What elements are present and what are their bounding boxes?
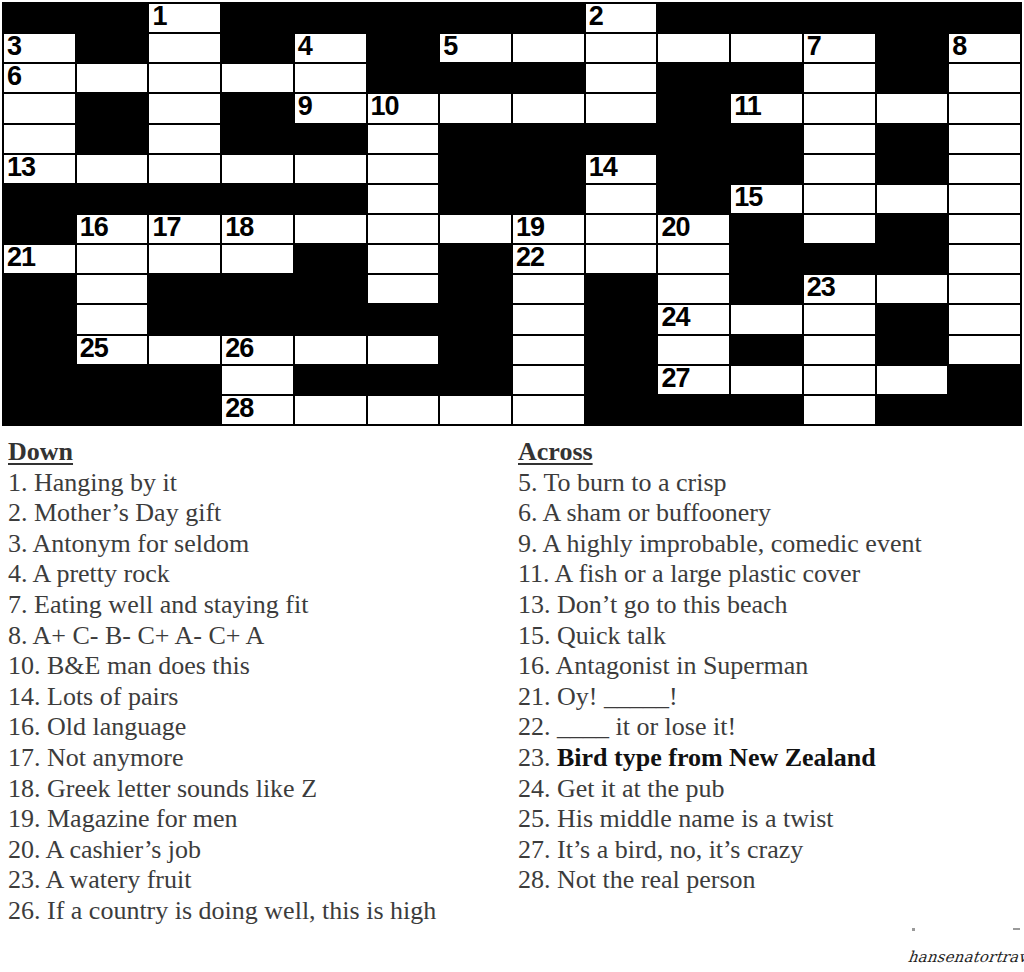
clue-item-25: 25. His middle name is a twist: [518, 804, 1023, 835]
black-cell-r1c2: [77, 4, 148, 32]
clue-item-22: 22. ____ it or lose it!: [518, 712, 1023, 743]
white-cell-r12c8[interactable]: [513, 336, 584, 364]
white-cell-r3c12[interactable]: [804, 64, 875, 92]
white-cell-r3c3[interactable]: [149, 64, 220, 92]
down-heading: Down: [8, 437, 513, 468]
clue-text: A sham or buffoonery: [543, 498, 771, 527]
white-cell-r9c9[interactable]: [586, 245, 657, 273]
black-cell-r8c11: [731, 215, 802, 243]
clue-number: 13.: [518, 590, 557, 619]
white-cell-r13c8[interactable]: [513, 366, 584, 394]
black-cell-r14c1: [4, 396, 75, 424]
watermark-signature: hansenatortravel: [907, 948, 1024, 966]
black-cell-r7c4: [222, 185, 293, 213]
cell-number-20: 20: [661, 213, 689, 241]
cell-number-3: 3: [7, 32, 21, 60]
white-cell-r3c1[interactable]: 6: [4, 64, 75, 92]
black-cell-r13c5: [295, 366, 366, 394]
clue-number: 27.: [518, 835, 557, 864]
clue-item-13: 13. Don’t go to this beach: [518, 590, 1023, 621]
black-cell-r3c11: [731, 64, 802, 92]
white-cell-r6c5[interactable]: [295, 155, 366, 183]
black-cell-r13c9: [586, 366, 657, 394]
black-cell-r11c5: [295, 305, 366, 333]
clue-text: If a country is doing well, this is high: [47, 896, 436, 925]
black-cell-r2c6: [368, 34, 439, 62]
white-cell-r13c11[interactable]: [731, 366, 802, 394]
white-cell-r5c12[interactable]: [804, 125, 875, 153]
cell-number-1: 1: [152, 2, 166, 30]
white-cell-r6c9[interactable]: 14: [586, 155, 657, 183]
black-cell-r3c6: [368, 64, 439, 92]
black-cell-r10c1: [4, 275, 75, 303]
clue-text: Hanging by it: [34, 468, 177, 497]
clue-item-7: 7. Eating well and staying fit: [8, 590, 513, 621]
white-cell-r12c6[interactable]: [368, 336, 439, 364]
clue-item-2: 2. Mother’s Day gift: [8, 498, 513, 529]
white-cell-r11c11[interactable]: [731, 305, 802, 333]
cell-number-15: 15: [734, 183, 762, 211]
clue-text: Old language: [47, 712, 186, 741]
clue-item-18: 18. Greek letter sounds like Z: [8, 774, 513, 805]
white-cell-r3c4[interactable]: [222, 64, 293, 92]
black-cell-r7c10: [658, 185, 729, 213]
black-cell-r2c13: [877, 34, 948, 62]
black-cell-r5c13: [877, 125, 948, 153]
white-cell-r9c4[interactable]: [222, 245, 293, 273]
white-cell-r4c5[interactable]: 9: [295, 94, 366, 122]
black-cell-r9c13: [877, 245, 948, 273]
cell-number-16: 16: [80, 213, 108, 241]
white-cell-r10c13[interactable]: [877, 275, 948, 303]
cell-number-17: 17: [152, 213, 180, 241]
clue-item-4: 4. A pretty rock: [8, 559, 513, 590]
black-cell-r3c10: [658, 64, 729, 92]
black-cell-r3c13: [877, 64, 948, 92]
clue-number: 7.: [8, 590, 34, 619]
cell-number-4: 4: [298, 32, 312, 60]
cell-number-19: 19: [516, 213, 544, 241]
white-cell-r14c7[interactable]: [440, 396, 511, 424]
black-cell-r1c10: [658, 4, 729, 32]
clue-number: 23.: [518, 743, 557, 772]
black-cell-r1c8: [513, 4, 584, 32]
black-cell-r9c11: [731, 245, 802, 273]
clue-number: 25.: [518, 804, 557, 833]
clue-number: 9.: [518, 529, 543, 558]
black-cell-r9c7: [440, 245, 511, 273]
clue-item-9: 9. A highly improbable, comedic event: [518, 529, 1023, 560]
clue-number: 11.: [518, 559, 555, 588]
cell-number-22: 22: [516, 243, 544, 271]
black-cell-r11c3: [149, 305, 220, 333]
white-cell-r3c14[interactable]: [949, 64, 1020, 92]
white-cell-r9c1[interactable]: 21: [4, 245, 75, 273]
cell-number-25: 25: [80, 334, 108, 362]
white-cell-r10c8[interactable]: [513, 275, 584, 303]
clue-text: Lots of pairs: [47, 682, 178, 711]
white-cell-r5c6[interactable]: [368, 125, 439, 153]
white-cell-r12c2[interactable]: 25: [77, 336, 148, 364]
black-cell-r10c4: [222, 275, 293, 303]
clue-text: Oy! _____!: [557, 682, 678, 711]
white-cell-r5c1[interactable]: [4, 125, 75, 153]
stray-dash-mark: [1013, 928, 1020, 930]
black-cell-r13c2: [77, 366, 148, 394]
white-cell-r2c9[interactable]: [586, 34, 657, 62]
black-cell-r7c5: [295, 185, 366, 213]
clue-number: 28.: [518, 865, 557, 894]
black-cell-r5c2: [77, 125, 148, 153]
white-cell-r8c14[interactable]: [949, 215, 1020, 243]
clue-number: 8.: [8, 621, 33, 650]
black-cell-r11c4: [222, 305, 293, 333]
white-cell-r2c3[interactable]: [149, 34, 220, 62]
clue-item-24: 24. Get it at the pub: [518, 774, 1023, 805]
black-cell-r14c9: [586, 396, 657, 424]
white-cell-r5c3[interactable]: [149, 125, 220, 153]
black-cell-r6c10: [658, 155, 729, 183]
black-cell-r5c8: [513, 125, 584, 153]
black-cell-r5c9: [586, 125, 657, 153]
white-cell-r4c14[interactable]: [949, 94, 1020, 122]
down-clue-list: 1. Hanging by it2. Mother’s Day gift3. A…: [8, 468, 513, 927]
black-cell-r1c5: [295, 4, 366, 32]
white-cell-r2c8[interactable]: [513, 34, 584, 62]
black-cell-r14c14: [949, 396, 1020, 424]
white-cell-r7c14[interactable]: [949, 185, 1020, 213]
white-cell-r11c10[interactable]: 24: [658, 305, 729, 333]
cell-number-9: 9: [298, 92, 312, 120]
stray-dot-mark: [912, 928, 915, 931]
cell-number-8: 8: [952, 32, 966, 60]
white-cell-r4c11[interactable]: 11: [731, 94, 802, 122]
black-cell-r4c2: [77, 94, 148, 122]
across-heading: Across: [518, 437, 1023, 468]
white-cell-r3c2[interactable]: [77, 64, 148, 92]
clue-item-5: 5. To burn to a crisp: [518, 468, 1023, 499]
cell-number-6: 6: [7, 62, 21, 90]
clue-number: 4.: [8, 559, 33, 588]
clue-number: 26.: [8, 896, 47, 925]
clue-item-16: 16. Antagonist in Superman: [518, 651, 1023, 682]
clue-number: 16.: [8, 712, 47, 741]
clue-item-20: 20. A cashier’s job: [8, 835, 513, 866]
clue-text: A cashier’s job: [46, 835, 202, 864]
clue-text: Antonym for seldom: [33, 529, 250, 558]
cell-number-27: 27: [661, 364, 689, 392]
black-cell-r4c4: [222, 94, 293, 122]
clue-text: A fish or a large plastic cover: [555, 559, 861, 588]
white-cell-r4c6[interactable]: 10: [368, 94, 439, 122]
black-cell-r3c8: [513, 64, 584, 92]
black-cell-r14c11: [731, 396, 802, 424]
black-cell-r14c2: [77, 396, 148, 424]
clue-item-11: 11. A fish or a large plastic cover: [518, 559, 1023, 590]
clue-text: Bird type from New Zealand: [557, 743, 876, 772]
black-cell-r1c12: [804, 4, 875, 32]
white-cell-r8c9[interactable]: [586, 215, 657, 243]
black-cell-r1c13: [877, 4, 948, 32]
clue-number: 10.: [8, 651, 47, 680]
white-cell-r14c12[interactable]: [804, 396, 875, 424]
clue-item-14: 14. Lots of pairs: [8, 682, 513, 713]
white-cell-r2c12[interactable]: 7: [804, 34, 875, 62]
white-cell-r9c10[interactable]: [658, 245, 729, 273]
black-cell-r7c1: [4, 185, 75, 213]
black-cell-r10c11: [731, 275, 802, 303]
white-cell-r6c3[interactable]: [149, 155, 220, 183]
clue-text: To burn to a crisp: [544, 468, 727, 497]
white-cell-r4c12[interactable]: [804, 94, 875, 122]
cell-number-2: 2: [589, 2, 603, 30]
white-cell-r2c5[interactable]: 4: [295, 34, 366, 62]
white-cell-r4c3[interactable]: [149, 94, 220, 122]
black-cell-r13c3: [149, 366, 220, 394]
black-cell-r1c6: [368, 4, 439, 32]
white-cell-r8c6[interactable]: [368, 215, 439, 243]
clue-text: Get it at the pub: [557, 774, 725, 803]
black-cell-r2c2: [77, 34, 148, 62]
black-cell-r8c13: [877, 215, 948, 243]
clue-text: Don’t go to this beach: [557, 590, 788, 619]
white-cell-r10c6[interactable]: [368, 275, 439, 303]
black-cell-r5c7: [440, 125, 511, 153]
white-cell-r9c2[interactable]: [77, 245, 148, 273]
white-cell-r8c4[interactable]: 18: [222, 215, 293, 243]
clue-item-21: 21. Oy! _____!: [518, 682, 1023, 713]
white-cell-r9c3[interactable]: [149, 245, 220, 273]
down-clues-section: Down 1. Hanging by it2. Mother’s Day gif…: [8, 437, 513, 927]
clue-number: 15.: [518, 621, 557, 650]
white-cell-r13c13[interactable]: [877, 366, 948, 394]
clue-item-15: 15. Quick talk: [518, 621, 1023, 652]
white-cell-r6c2[interactable]: [77, 155, 148, 183]
black-cell-r5c10: [658, 125, 729, 153]
white-cell-r9c6[interactable]: [368, 245, 439, 273]
clue-number: 3.: [8, 529, 33, 558]
clue-text: Antagonist in Superman: [556, 651, 809, 680]
clue-item-19: 19. Magazine for men: [8, 804, 513, 835]
white-cell-r8c2[interactable]: 16: [77, 215, 148, 243]
white-cell-r9c8[interactable]: 22: [513, 245, 584, 273]
clue-number: 5.: [518, 468, 544, 497]
white-cell-r7c11[interactable]: 15: [731, 185, 802, 213]
black-cell-r11c13: [877, 305, 948, 333]
black-cell-r13c7: [440, 366, 511, 394]
black-cell-r1c4: [222, 4, 293, 32]
cell-number-14: 14: [589, 153, 617, 181]
white-cell-r6c1[interactable]: 13: [4, 155, 75, 183]
clue-item-26: 26. If a country is doing well, this is …: [8, 896, 513, 927]
black-cell-r13c14: [949, 366, 1020, 394]
clue-number: 14.: [8, 682, 47, 711]
white-cell-r2c1[interactable]: 3: [4, 34, 75, 62]
white-cell-r4c7[interactable]: [440, 94, 511, 122]
black-cell-r12c7: [440, 336, 511, 364]
white-cell-r4c8[interactable]: [513, 94, 584, 122]
clue-item-28: 28. Not the real person: [518, 865, 1023, 896]
clue-text: Not anymore: [47, 743, 183, 772]
black-cell-r12c9: [586, 336, 657, 364]
clue-item-23: 23. A watery fruit: [8, 865, 513, 896]
white-cell-r7c13[interactable]: [877, 185, 948, 213]
clue-text: A+ C- B- C+ A- C+ A: [33, 621, 265, 650]
clue-text: Eating well and staying fit: [34, 590, 308, 619]
white-cell-r10c12[interactable]: 23: [804, 275, 875, 303]
white-cell-r12c12[interactable]: [804, 336, 875, 364]
black-cell-r6c11: [731, 155, 802, 183]
white-cell-r9c14[interactable]: [949, 245, 1020, 273]
white-cell-r12c5[interactable]: [295, 336, 366, 364]
clue-text: Magazine for men: [47, 804, 238, 833]
black-cell-r12c1: [4, 336, 75, 364]
white-cell-r11c14[interactable]: [949, 305, 1020, 333]
clue-number: 21.: [518, 682, 557, 711]
black-cell-r5c5: [295, 125, 366, 153]
white-cell-r8c10[interactable]: 20: [658, 215, 729, 243]
white-cell-r11c2[interactable]: [77, 305, 148, 333]
white-cell-r12c4[interactable]: 26: [222, 336, 293, 364]
clue-number: 20.: [8, 835, 46, 864]
white-cell-r13c4[interactable]: [222, 366, 293, 394]
cell-number-5: 5: [443, 32, 457, 60]
white-cell-r6c14[interactable]: [949, 155, 1020, 183]
clue-number: 17.: [8, 743, 47, 772]
black-cell-r1c11: [731, 4, 802, 32]
white-cell-r10c10[interactable]: [658, 275, 729, 303]
cell-number-13: 13: [7, 153, 35, 181]
black-cell-r1c1: [4, 4, 75, 32]
white-cell-r8c5[interactable]: [295, 215, 366, 243]
white-cell-r3c9[interactable]: [586, 64, 657, 92]
white-cell-r1c3[interactable]: 1: [149, 4, 220, 32]
clue-number: 24.: [518, 774, 557, 803]
black-cell-r8c1: [4, 215, 75, 243]
white-cell-r6c4[interactable]: [222, 155, 293, 183]
white-cell-r11c8[interactable]: [513, 305, 584, 333]
white-cell-r10c2[interactable]: [77, 275, 148, 303]
white-cell-r2c11[interactable]: [731, 34, 802, 62]
white-cell-r7c12[interactable]: [804, 185, 875, 213]
clue-text: A watery fruit: [46, 865, 192, 894]
white-cell-r7c6[interactable]: [368, 185, 439, 213]
clue-item-23: 23. Bird type from New Zealand: [518, 743, 1023, 774]
white-cell-r6c6[interactable]: [368, 155, 439, 183]
black-cell-r14c10: [658, 396, 729, 424]
white-cell-r8c8[interactable]: 19: [513, 215, 584, 243]
black-cell-r7c8: [513, 185, 584, 213]
white-cell-r14c8[interactable]: [513, 396, 584, 424]
across-clue-list: 5. To burn to a crisp6. A sham or buffoo…: [518, 468, 1023, 896]
cell-number-24: 24: [661, 303, 689, 331]
clue-item-27: 27. It’s a bird, no, it’s crazy: [518, 835, 1023, 866]
white-cell-r8c3[interactable]: 17: [149, 215, 220, 243]
cell-number-26: 26: [225, 334, 253, 362]
clue-item-8: 8. A+ C- B- C+ A- C+ A: [8, 621, 513, 652]
white-cell-r11c12[interactable]: [804, 305, 875, 333]
white-cell-r1c9[interactable]: 2: [586, 4, 657, 32]
clue-number: 6.: [518, 498, 543, 527]
cell-number-23: 23: [807, 273, 835, 301]
white-cell-r8c12[interactable]: [804, 215, 875, 243]
white-cell-r4c9[interactable]: [586, 94, 657, 122]
clue-item-16: 16. Old language: [8, 712, 513, 743]
white-cell-r13c12[interactable]: [804, 366, 875, 394]
white-cell-r2c7[interactable]: 5: [440, 34, 511, 62]
white-cell-r12c10[interactable]: [658, 336, 729, 364]
white-cell-r14c4[interactable]: 28: [222, 396, 293, 424]
black-cell-r4c10: [658, 94, 729, 122]
black-cell-r13c1: [4, 366, 75, 394]
white-cell-r10c14[interactable]: [949, 275, 1020, 303]
black-cell-r12c11: [731, 336, 802, 364]
white-cell-r2c14[interactable]: 8: [949, 34, 1020, 62]
black-cell-r2c4: [222, 34, 293, 62]
black-cell-r11c6: [368, 305, 439, 333]
white-cell-r14c6[interactable]: [368, 396, 439, 424]
clue-number: 19.: [8, 804, 47, 833]
clue-item-1: 1. Hanging by it: [8, 468, 513, 499]
clue-number: 23.: [8, 865, 46, 894]
cell-number-10: 10: [371, 92, 399, 120]
cell-number-11: 11: [734, 92, 761, 120]
white-cell-r2c10[interactable]: [658, 34, 729, 62]
clue-number: 18.: [8, 774, 47, 803]
white-cell-r14c5[interactable]: [295, 396, 366, 424]
clue-item-6: 6. A sham or buffoonery: [518, 498, 1023, 529]
black-cell-r10c7: [440, 275, 511, 303]
clue-number: 1.: [8, 468, 34, 497]
clue-item-17: 17. Not anymore: [8, 743, 513, 774]
clue-text: ____ it or lose it!: [557, 712, 736, 741]
clue-text: A highly improbable, comedic event: [543, 529, 922, 558]
crossword-page: 1234578691011131415161718192021222324252…: [0, 0, 1024, 972]
black-cell-r10c5: [295, 275, 366, 303]
white-cell-r4c1[interactable]: [4, 94, 75, 122]
black-cell-r1c7: [440, 4, 511, 32]
black-cell-r6c7: [440, 155, 511, 183]
crossword-board: 1234578691011131415161718192021222324252…: [2, 2, 1022, 426]
clue-number: 22.: [518, 712, 557, 741]
white-cell-r4c13[interactable]: [877, 94, 948, 122]
white-cell-r3c5[interactable]: [295, 64, 366, 92]
black-cell-r9c12: [804, 245, 875, 273]
clue-text: B&E man does this: [47, 651, 250, 680]
white-cell-r7c9[interactable]: [586, 185, 657, 213]
black-cell-r6c8: [513, 155, 584, 183]
black-cell-r11c1: [4, 305, 75, 333]
clue-text: His middle name is a twist: [557, 804, 834, 833]
black-cell-r7c7: [440, 185, 511, 213]
clue-text: Not the real person: [557, 865, 756, 894]
white-cell-r12c14[interactable]: [949, 336, 1020, 364]
white-cell-r8c7[interactable]: [440, 215, 511, 243]
cell-number-21: 21: [7, 243, 35, 271]
clue-number: 16.: [518, 651, 556, 680]
black-cell-r10c9: [586, 275, 657, 303]
black-cell-r11c7: [440, 305, 511, 333]
white-cell-r12c3[interactable]: [149, 336, 220, 364]
black-cell-r1c14: [949, 4, 1020, 32]
white-cell-r6c12[interactable]: [804, 155, 875, 183]
black-cell-r5c11: [731, 125, 802, 153]
black-cell-r5c4: [222, 125, 293, 153]
white-cell-r13c10[interactable]: 27: [658, 366, 729, 394]
white-cell-r5c14[interactable]: [949, 125, 1020, 153]
black-cell-r3c7: [440, 64, 511, 92]
across-clues-section: Across 5. To burn to a crisp6. A sham or…: [518, 437, 1023, 896]
